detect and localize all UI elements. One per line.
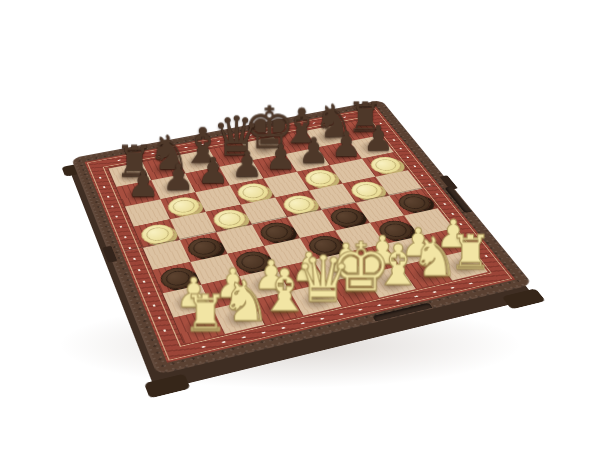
- product-photo: ♜♞♝♛♚♝♞♜♟♟♟♟♟♟♟♟♟♟♟♟♟♟♟♟♜♞♝♛♚♝♞♜: [0, 0, 600, 450]
- plastic-case: ♜♞♝♛♚♝♞♜♟♟♟♟♟♟♟♟♟♟♟♟♟♟♟♟♜♞♝♛♚♝♞♜: [71, 100, 533, 375]
- piece-black-pawn-f7: ♟: [298, 133, 329, 168]
- piece-black-pawn-g7: ♟: [330, 127, 361, 162]
- board-squares: ♜♞♝♛♚♝♞♜♟♟♟♟♟♟♟♟♟♟♟♟♟♟♟♟♜♞♝♛♚♝♞♜: [107, 118, 486, 343]
- piece-black-pawn-a7: ♟: [126, 166, 159, 202]
- square-f5: [309, 184, 356, 210]
- checker-cream-c5: [210, 207, 250, 231]
- checker-cream-a5: [138, 222, 178, 247]
- checker-dark-f4: [326, 205, 368, 229]
- piece-black-pawn-e7: ♟: [264, 140, 296, 175]
- scene: ♜♞♝♛♚♝♞♜♟♟♟♟♟♟♟♟♟♟♟♟♟♟♟♟♜♞♝♛♚♝♞♜: [0, 0, 600, 450]
- case-foot: [502, 288, 546, 309]
- piece-black-pawn-b7: ♟: [162, 160, 194, 196]
- piece-black-pawn-d7: ♟: [231, 146, 263, 182]
- board-frame: ♜♞♝♛♚♝♞♜♟♟♟♟♟♟♟♟♟♟♟♟♟♟♟♟♜♞♝♛♚♝♞♜: [85, 107, 516, 363]
- piece-black-pawn-c7: ♟: [197, 153, 229, 189]
- piece-white-rook-a1: ♜: [182, 288, 228, 339]
- piece-black-pawn-h7: ♟: [363, 121, 394, 155]
- case-foot: [144, 374, 191, 399]
- square-h4: [389, 189, 437, 216]
- chess-board: ♜♞♝♛♚♝♞♜♟♟♟♟♟♟♟♟♟♟♟♟♟♟♟♟♜♞♝♛♚♝♞♜: [71, 100, 533, 375]
- checker-cream-h6: [366, 155, 406, 176]
